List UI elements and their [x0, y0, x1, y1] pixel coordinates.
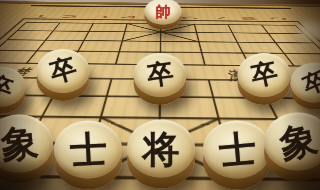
piece-character: 卒 [0, 72, 15, 101]
piece-black-elephant-right[interactable]: 象 [264, 113, 320, 182]
piece-black-elephant-left[interactable]: 象 [0, 115, 53, 184]
piece-character: 卒 [300, 67, 320, 97]
piece-face: 卒 [238, 53, 291, 97]
piece-face: 卒 [37, 49, 90, 93]
piece-character: 士 [69, 130, 108, 169]
piece-black-soldier-right[interactable]: 卒 [238, 53, 291, 105]
piece-face: 士 [54, 121, 122, 179]
piece-black-advisor-left[interactable]: 士 [54, 121, 122, 190]
piece-face: 士 [203, 121, 271, 179]
xiangqi-photo-scene: 楚河 漢界 1 2 3 4 5 6 7 8 9 帥 卒 卒 卒 卒 [0, 0, 320, 190]
piece-character: 卒 [249, 60, 280, 91]
piece-black-soldier-center[interactable]: 卒 [134, 53, 187, 105]
piece-black-soldier-left[interactable]: 卒 [37, 49, 90, 101]
piece-character: 卒 [145, 60, 174, 89]
piece-black-general[interactable]: 将 [127, 120, 195, 189]
pieces-layer: 帥 卒 卒 卒 卒 卒 象 士 [0, 0, 320, 190]
piece-character: 卒 [47, 55, 79, 87]
piece-character: 象 [0, 123, 39, 164]
piece-character: 帥 [156, 4, 171, 19]
piece-black-advisor-right[interactable]: 士 [203, 121, 271, 190]
piece-black-soldier-right-edge[interactable]: 卒 [291, 63, 320, 110]
piece-face: 将 [127, 120, 195, 178]
piece-black-soldier-left-edge[interactable]: 卒 [0, 67, 26, 114]
piece-character: 士 [217, 129, 257, 169]
piece-red-general[interactable]: 帥 [145, 0, 182, 30]
piece-character: 将 [143, 130, 180, 167]
piece-face: 卒 [134, 53, 187, 97]
piece-character: 象 [276, 120, 320, 164]
